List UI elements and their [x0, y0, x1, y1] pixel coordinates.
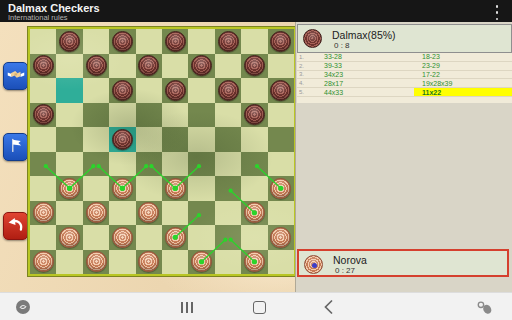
- checkers-board[interactable]: [28, 27, 296, 276]
- dark-checker-piece[interactable]: [218, 80, 239, 101]
- move-left: 34x23: [312, 71, 414, 79]
- dark-checker-piece[interactable]: [86, 55, 107, 76]
- move-left: 33-28: [312, 53, 414, 61]
- dark-checker-piece[interactable]: [165, 31, 186, 52]
- dark-checker-piece[interactable]: [191, 55, 212, 76]
- game-area: Dalmax(85%) 0 : 8 1.33-2818-232.39-3323-…: [0, 22, 512, 292]
- move-number: 1.: [297, 53, 312, 61]
- light-checker-piece[interactable]: [59, 227, 80, 248]
- dark-checker-piece[interactable]: [218, 31, 239, 52]
- player-top-name: Dalmax(85%): [332, 29, 396, 41]
- move-left: 28x17: [312, 79, 414, 87]
- player-bottom-box: Norova 0 : 27: [297, 249, 509, 277]
- move-row[interactable]: 2.39-3323-29: [297, 62, 512, 71]
- handshake-icon: [7, 67, 25, 85]
- dark-checker-piece[interactable]: [244, 104, 265, 125]
- light-checker-piece[interactable]: [138, 251, 159, 272]
- back-icon[interactable]: [315, 293, 341, 320]
- light-checker-piece[interactable]: [112, 227, 133, 248]
- android-nav-bar: [0, 292, 512, 320]
- move-row[interactable]: 5.44x3311x22: [297, 88, 512, 97]
- undo-arrow-icon: [7, 217, 24, 236]
- light-checker-piece[interactable]: [86, 202, 107, 223]
- player-bottom-clock: 0 : 27: [335, 266, 355, 275]
- light-checker-piece[interactable]: [244, 251, 265, 272]
- move-left: 44x33: [312, 88, 414, 96]
- light-checker-piece[interactable]: [270, 227, 291, 248]
- light-checker-piece[interactable]: [138, 202, 159, 223]
- move-number: 5.: [297, 88, 312, 96]
- move-number: 2.: [297, 62, 312, 70]
- dark-checker-piece[interactable]: [33, 104, 54, 125]
- light-checker-piece[interactable]: [86, 251, 107, 272]
- move-row[interactable]: 1.33-2818-23: [297, 53, 512, 62]
- player-top-box: Dalmax(85%) 0 : 8: [297, 24, 512, 53]
- dark-checker-icon: [303, 29, 322, 48]
- light-checker-piece[interactable]: [270, 178, 291, 199]
- undo-button[interactable]: [3, 212, 28, 240]
- dark-checker-piece[interactable]: [270, 31, 291, 52]
- move-list: 1.33-2818-232.39-3323-293.34x2317-224.28…: [297, 53, 512, 103]
- dark-checker-piece[interactable]: [112, 129, 133, 150]
- light-checker-piece[interactable]: [33, 251, 54, 272]
- white-flag-icon: [8, 137, 24, 157]
- light-checker-piece[interactable]: [59, 178, 80, 199]
- kebab-menu-icon[interactable]: [492, 4, 502, 21]
- move-right: 17-22: [414, 71, 512, 79]
- move-right: 23-29: [414, 62, 512, 70]
- dark-checker-piece[interactable]: [165, 80, 186, 101]
- player-bottom-name: Norova: [333, 254, 367, 266]
- home-icon[interactable]: [246, 293, 272, 320]
- dark-checker-piece[interactable]: [138, 55, 159, 76]
- dark-checker-piece[interactable]: [270, 80, 291, 101]
- move-number: 4.: [297, 79, 312, 87]
- move-number: 3.: [297, 71, 312, 79]
- app-window: Dalmax Checkers International rules: [0, 0, 512, 320]
- dark-checker-piece[interactable]: [112, 31, 133, 52]
- light-checker-piece[interactable]: [191, 251, 212, 272]
- dark-checker-piece[interactable]: [112, 80, 133, 101]
- move-right: 11x22: [414, 88, 512, 96]
- light-checker-piece[interactable]: [165, 178, 186, 199]
- move-row[interactable]: 4.28x1719x28x39: [297, 79, 512, 88]
- dark-checker-piece[interactable]: [59, 31, 80, 52]
- app-subtitle: International rules: [8, 13, 68, 22]
- resign-button[interactable]: [3, 133, 28, 161]
- light-checker-piece[interactable]: [244, 202, 265, 223]
- light-checker-piece[interactable]: [112, 178, 133, 199]
- move-left: 39-33: [312, 62, 414, 70]
- move-right: 19x28x39: [414, 79, 512, 87]
- dark-checker-piece[interactable]: [33, 55, 54, 76]
- mouse-pointer-icon[interactable]: [470, 293, 500, 320]
- light-checker-piece[interactable]: [33, 202, 54, 223]
- move-row[interactable]: 3.34x2317-22: [297, 71, 512, 80]
- dark-checker-piece[interactable]: [244, 55, 265, 76]
- screen-capture-icon[interactable]: [10, 293, 36, 320]
- light-checker-piece[interactable]: [165, 227, 186, 248]
- draw-offer-button[interactable]: [3, 62, 28, 90]
- app-bar: Dalmax Checkers International rules: [0, 0, 512, 22]
- game-info-panel: Dalmax(85%) 0 : 8 1.33-2818-232.39-3323-…: [295, 22, 512, 292]
- player-top-clock: 0 : 8: [334, 41, 350, 50]
- move-right: 18-23: [414, 53, 512, 61]
- recent-apps-icon[interactable]: [174, 293, 200, 320]
- light-checker-icon: [304, 255, 323, 274]
